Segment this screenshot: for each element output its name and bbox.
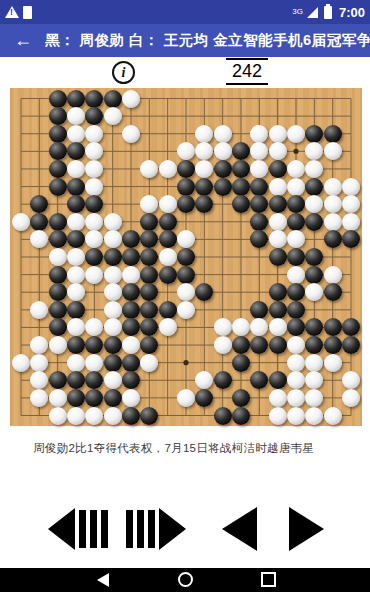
black-stone	[305, 248, 323, 266]
white-stone	[122, 266, 140, 284]
white-stone	[85, 142, 103, 160]
nav-home-icon[interactable]	[178, 572, 193, 587]
black-stone	[49, 213, 67, 231]
white-stone	[287, 266, 305, 284]
white-stone	[305, 371, 323, 389]
black-stone	[140, 318, 158, 336]
black-stone	[140, 283, 158, 301]
fast-forward-icon	[159, 508, 186, 550]
white-stone	[140, 195, 158, 213]
white-stone	[67, 283, 85, 301]
white-stone	[324, 195, 342, 213]
black-stone	[140, 230, 158, 248]
white-stone	[159, 318, 177, 336]
black-stone	[67, 142, 85, 160]
black-stone	[269, 248, 287, 266]
black-stone	[49, 301, 67, 319]
white-stone	[122, 336, 140, 354]
white-stone	[30, 371, 48, 389]
black-stone	[269, 160, 287, 178]
white-stone	[342, 371, 360, 389]
white-stone	[214, 142, 232, 160]
white-stone	[305, 354, 323, 372]
white-stone	[250, 160, 268, 178]
white-stone	[305, 389, 323, 407]
black-stone	[177, 248, 195, 266]
white-stone	[324, 213, 342, 231]
black-stone	[269, 195, 287, 213]
white-stone	[85, 125, 103, 143]
white-stone	[324, 142, 342, 160]
black-stone	[305, 178, 323, 196]
status-bar-right: 3G 7:00	[292, 5, 370, 20]
black-stone	[305, 213, 323, 231]
warning-icon	[5, 6, 19, 18]
black-stone	[49, 107, 67, 125]
white-stone	[104, 213, 122, 231]
white-stone	[67, 125, 85, 143]
black-stone	[85, 389, 103, 407]
black-stone	[122, 283, 140, 301]
status-bar-left	[0, 6, 292, 19]
black-stone	[287, 283, 305, 301]
white-stone	[67, 407, 85, 425]
white-stone	[104, 407, 122, 425]
white-stone	[232, 318, 250, 336]
black-stone	[122, 318, 140, 336]
white-stone	[67, 318, 85, 336]
white-stone	[85, 230, 103, 248]
white-stone	[269, 125, 287, 143]
white-stone	[250, 318, 268, 336]
white-stone	[140, 354, 158, 372]
white-stone	[104, 283, 122, 301]
black-stone	[67, 178, 85, 196]
black-stone	[250, 213, 268, 231]
black-stone	[49, 90, 67, 108]
black-stone	[342, 230, 360, 248]
black-stone	[287, 248, 305, 266]
white-stone	[324, 266, 342, 284]
white-stone	[305, 142, 323, 160]
white-stone	[30, 389, 48, 407]
black-stone	[122, 407, 140, 425]
black-stone	[232, 195, 250, 213]
black-stone	[305, 336, 323, 354]
white-stone	[214, 125, 232, 143]
white-stone	[269, 213, 287, 231]
playback-controls	[0, 506, 370, 552]
black-stone	[122, 248, 140, 266]
white-stone	[85, 178, 103, 196]
white-stone	[250, 125, 268, 143]
white-stone	[195, 371, 213, 389]
white-stone	[177, 283, 195, 301]
black-stone	[159, 301, 177, 319]
black-stone	[305, 125, 323, 143]
white-stone	[67, 213, 85, 231]
black-stone	[195, 389, 213, 407]
black-stone	[269, 371, 287, 389]
white-stone	[30, 301, 48, 319]
black-stone	[104, 90, 122, 108]
black-stone	[122, 354, 140, 372]
black-stone	[49, 230, 67, 248]
black-stone	[287, 213, 305, 231]
previous-move-button[interactable]	[222, 507, 257, 551]
white-stone	[324, 354, 342, 372]
black-stone	[140, 248, 158, 266]
black-stone	[177, 195, 195, 213]
white-stone	[85, 354, 103, 372]
white-stone	[30, 336, 48, 354]
black-stone	[49, 371, 67, 389]
white-stone	[269, 178, 287, 196]
black-stone	[104, 354, 122, 372]
white-stone	[342, 213, 360, 231]
black-stone	[140, 301, 158, 319]
black-stone	[122, 301, 140, 319]
black-stone	[250, 178, 268, 196]
black-stone	[324, 336, 342, 354]
white-stone	[269, 142, 287, 160]
black-stone	[177, 178, 195, 196]
white-stone	[85, 160, 103, 178]
black-stone	[104, 248, 122, 266]
status-bar: 3G 7:00	[0, 0, 370, 24]
white-stone	[214, 318, 232, 336]
black-stone	[49, 142, 67, 160]
white-stone	[342, 389, 360, 407]
black-stone	[177, 266, 195, 284]
app-bar: ← 黑： 周俊勋 白： 王元均 金立智能手机6届冠军争霸…	[0, 24, 370, 57]
fast-rewind-icon	[48, 508, 75, 550]
black-stone	[159, 213, 177, 231]
black-stone	[232, 354, 250, 372]
white-stone	[324, 178, 342, 196]
white-stone	[287, 178, 305, 196]
black-stone	[140, 213, 158, 231]
black-stone	[177, 160, 195, 178]
fast-forward-button[interactable]	[126, 508, 186, 550]
black-stone	[67, 389, 85, 407]
black-stone	[140, 407, 158, 425]
black-stone	[324, 230, 342, 248]
white-stone	[85, 266, 103, 284]
black-stone	[287, 195, 305, 213]
clock-text: 7:00	[339, 5, 365, 20]
white-stone	[287, 336, 305, 354]
black-stone	[49, 160, 67, 178]
black-stone	[85, 90, 103, 108]
white-stone	[287, 125, 305, 143]
white-stone	[85, 213, 103, 231]
black-stone	[30, 213, 48, 231]
white-stone	[140, 160, 158, 178]
black-stone	[214, 371, 232, 389]
white-stone	[305, 160, 323, 178]
white-stone	[104, 266, 122, 284]
white-stone	[305, 195, 323, 213]
white-stone	[287, 407, 305, 425]
white-stone	[159, 160, 177, 178]
white-stone	[67, 248, 85, 266]
black-stone	[85, 371, 103, 389]
white-stone	[269, 318, 287, 336]
black-stone	[214, 178, 232, 196]
white-stone	[177, 389, 195, 407]
black-stone	[342, 336, 360, 354]
previous-move-icon	[222, 507, 257, 551]
white-stone	[67, 354, 85, 372]
white-stone	[30, 354, 48, 372]
white-stone	[287, 371, 305, 389]
black-stone	[85, 195, 103, 213]
black-stone	[140, 336, 158, 354]
white-stone	[287, 160, 305, 178]
white-stone	[12, 354, 30, 372]
white-stone	[269, 230, 287, 248]
white-stone	[177, 301, 195, 319]
black-stone	[122, 371, 140, 389]
black-stone	[140, 266, 158, 284]
black-stone	[324, 318, 342, 336]
white-stone	[195, 125, 213, 143]
black-stone	[159, 230, 177, 248]
black-stone	[232, 407, 250, 425]
black-stone	[85, 336, 103, 354]
black-stone	[49, 125, 67, 143]
white-stone	[269, 389, 287, 407]
white-stone	[195, 160, 213, 178]
white-stone	[104, 318, 122, 336]
white-stone	[49, 336, 67, 354]
black-stone	[67, 336, 85, 354]
white-stone	[104, 371, 122, 389]
white-stone	[67, 160, 85, 178]
black-stone	[195, 283, 213, 301]
black-stone	[104, 389, 122, 407]
nav-back-icon[interactable]	[97, 573, 109, 587]
black-stone	[250, 371, 268, 389]
black-stone	[324, 125, 342, 143]
white-stone	[250, 142, 268, 160]
white-stone	[67, 266, 85, 284]
go-board[interactable]	[10, 88, 362, 426]
white-stone	[122, 389, 140, 407]
white-stone	[12, 213, 30, 231]
white-stone	[342, 178, 360, 196]
battery-icon	[324, 6, 332, 19]
move-number: 242	[226, 58, 268, 85]
black-stone	[30, 195, 48, 213]
white-stone	[177, 142, 195, 160]
white-stone	[49, 407, 67, 425]
black-stone	[269, 283, 287, 301]
white-stone	[122, 125, 140, 143]
nav-recents-icon[interactable]	[261, 572, 276, 587]
black-stone	[122, 230, 140, 248]
white-stone	[159, 195, 177, 213]
network-type-label: 3G	[292, 8, 303, 16]
black-stone	[250, 301, 268, 319]
black-stone	[232, 178, 250, 196]
black-stone	[104, 336, 122, 354]
black-stone	[214, 160, 232, 178]
info-strip: i 242	[0, 57, 370, 88]
next-move-button[interactable]	[289, 507, 324, 551]
black-stone	[232, 142, 250, 160]
back-arrow-icon[interactable]: ←	[0, 24, 45, 57]
white-stone	[195, 142, 213, 160]
black-stone	[214, 407, 232, 425]
black-stone	[342, 318, 360, 336]
black-stone	[67, 301, 85, 319]
white-stone	[85, 407, 103, 425]
next-move-icon	[289, 507, 324, 551]
black-stone	[49, 283, 67, 301]
white-stone	[49, 248, 67, 266]
signal-icon	[307, 7, 318, 18]
storage-icon	[23, 6, 32, 19]
white-stone	[49, 389, 67, 407]
black-stone	[305, 318, 323, 336]
android-nav-bar	[0, 568, 370, 592]
black-stone	[159, 266, 177, 284]
black-stone	[232, 336, 250, 354]
white-stone	[177, 230, 195, 248]
white-stone	[342, 195, 360, 213]
white-stone	[30, 230, 48, 248]
black-stone	[85, 107, 103, 125]
white-stone	[287, 230, 305, 248]
black-stone	[67, 230, 85, 248]
black-stone	[287, 318, 305, 336]
fast-rewind-button[interactable]	[48, 508, 108, 550]
white-stone	[324, 407, 342, 425]
white-stone	[287, 389, 305, 407]
black-stone	[195, 178, 213, 196]
white-stone	[214, 336, 232, 354]
game-title: 黑： 周俊勋 白： 王元均 金立智能手机6届冠军争霸…	[45, 31, 370, 50]
white-stone	[305, 283, 323, 301]
white-stone	[85, 318, 103, 336]
black-stone	[49, 178, 67, 196]
black-stone	[232, 160, 250, 178]
black-stone	[67, 195, 85, 213]
black-stone	[269, 301, 287, 319]
white-stone	[104, 107, 122, 125]
black-stone	[250, 336, 268, 354]
caption-text: 周俊勋2比1夺得代表权，7月15日将战柯洁时越唐韦星	[33, 441, 314, 456]
white-stone	[269, 407, 287, 425]
black-stone	[49, 318, 67, 336]
white-stone	[104, 230, 122, 248]
white-stone	[287, 354, 305, 372]
black-stone	[250, 195, 268, 213]
white-stone	[122, 90, 140, 108]
white-stone	[305, 407, 323, 425]
black-stone	[305, 266, 323, 284]
black-stone	[85, 248, 103, 266]
black-stone	[287, 301, 305, 319]
black-stone	[67, 90, 85, 108]
black-stone	[232, 389, 250, 407]
black-stone	[250, 230, 268, 248]
black-stone	[67, 371, 85, 389]
black-stone	[269, 336, 287, 354]
white-stone	[67, 107, 85, 125]
black-stone	[195, 195, 213, 213]
info-icon[interactable]: i	[112, 61, 135, 84]
white-stone	[104, 301, 122, 319]
black-stone	[324, 283, 342, 301]
white-stone	[159, 248, 177, 266]
black-stone	[49, 266, 67, 284]
